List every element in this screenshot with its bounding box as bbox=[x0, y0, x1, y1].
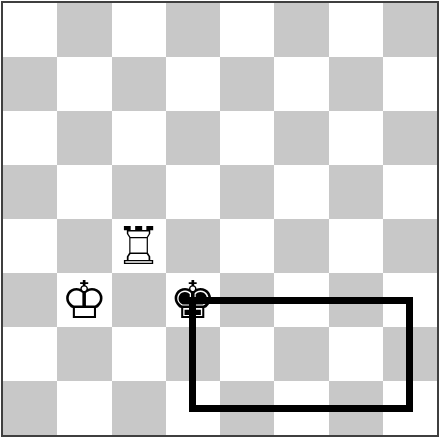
square-h3[interactable] bbox=[383, 273, 437, 327]
square-g6[interactable] bbox=[329, 111, 383, 165]
square-e7[interactable] bbox=[220, 57, 274, 111]
square-g1[interactable] bbox=[329, 381, 383, 435]
square-f2[interactable] bbox=[274, 327, 328, 381]
square-a5[interactable] bbox=[3, 165, 57, 219]
square-f3[interactable] bbox=[274, 273, 328, 327]
square-h1[interactable] bbox=[383, 381, 437, 435]
square-a7[interactable] bbox=[3, 57, 57, 111]
square-d2[interactable] bbox=[166, 327, 220, 381]
square-d6[interactable] bbox=[166, 111, 220, 165]
square-b4[interactable] bbox=[57, 219, 111, 273]
square-b2[interactable] bbox=[57, 327, 111, 381]
square-g8[interactable] bbox=[329, 3, 383, 57]
square-a1[interactable] bbox=[3, 381, 57, 435]
square-a4[interactable] bbox=[3, 219, 57, 273]
square-d7[interactable] bbox=[166, 57, 220, 111]
white-king-b3[interactable]: ♔ bbox=[61, 274, 108, 326]
square-e1[interactable] bbox=[220, 381, 274, 435]
square-d1[interactable] bbox=[166, 381, 220, 435]
square-f8[interactable] bbox=[274, 3, 328, 57]
square-h5[interactable] bbox=[383, 165, 437, 219]
square-g7[interactable] bbox=[329, 57, 383, 111]
square-b7[interactable] bbox=[57, 57, 111, 111]
square-f4[interactable] bbox=[274, 219, 328, 273]
square-g5[interactable] bbox=[329, 165, 383, 219]
square-e2[interactable] bbox=[220, 327, 274, 381]
square-c1[interactable] bbox=[112, 381, 166, 435]
white-rook-c4[interactable]: ♖ bbox=[115, 220, 162, 272]
square-h6[interactable] bbox=[383, 111, 437, 165]
square-h7[interactable] bbox=[383, 57, 437, 111]
square-c3[interactable] bbox=[112, 273, 166, 327]
square-h4[interactable] bbox=[383, 219, 437, 273]
square-c8[interactable] bbox=[112, 3, 166, 57]
square-d8[interactable] bbox=[166, 3, 220, 57]
square-b3[interactable]: ♔ bbox=[57, 273, 111, 327]
square-c2[interactable] bbox=[112, 327, 166, 381]
square-b1[interactable] bbox=[57, 381, 111, 435]
square-d4[interactable] bbox=[166, 219, 220, 273]
square-f6[interactable] bbox=[274, 111, 328, 165]
square-e3[interactable] bbox=[220, 273, 274, 327]
square-c6[interactable] bbox=[112, 111, 166, 165]
black-king-d3[interactable]: ♚ bbox=[170, 274, 217, 326]
square-e8[interactable] bbox=[220, 3, 274, 57]
square-f5[interactable] bbox=[274, 165, 328, 219]
square-f1[interactable] bbox=[274, 381, 328, 435]
square-e6[interactable] bbox=[220, 111, 274, 165]
square-b6[interactable] bbox=[57, 111, 111, 165]
square-g3[interactable] bbox=[329, 273, 383, 327]
square-b8[interactable] bbox=[57, 3, 111, 57]
square-h8[interactable] bbox=[383, 3, 437, 57]
square-c4[interactable]: ♖ bbox=[112, 219, 166, 273]
square-g4[interactable] bbox=[329, 219, 383, 273]
square-a2[interactable] bbox=[3, 327, 57, 381]
square-h2[interactable] bbox=[383, 327, 437, 381]
square-d3[interactable]: ♚ bbox=[166, 273, 220, 327]
square-f7[interactable] bbox=[274, 57, 328, 111]
square-a3[interactable] bbox=[3, 273, 57, 327]
square-c5[interactable] bbox=[112, 165, 166, 219]
square-e4[interactable] bbox=[220, 219, 274, 273]
square-a6[interactable] bbox=[3, 111, 57, 165]
chess-endgame-diagram: ♖♔♚ bbox=[0, 0, 443, 445]
square-d5[interactable] bbox=[166, 165, 220, 219]
square-b5[interactable] bbox=[57, 165, 111, 219]
square-a8[interactable] bbox=[3, 3, 57, 57]
square-g2[interactable] bbox=[329, 327, 383, 381]
square-c7[interactable] bbox=[112, 57, 166, 111]
chess-board: ♖♔♚ bbox=[1, 1, 439, 437]
square-e5[interactable] bbox=[220, 165, 274, 219]
